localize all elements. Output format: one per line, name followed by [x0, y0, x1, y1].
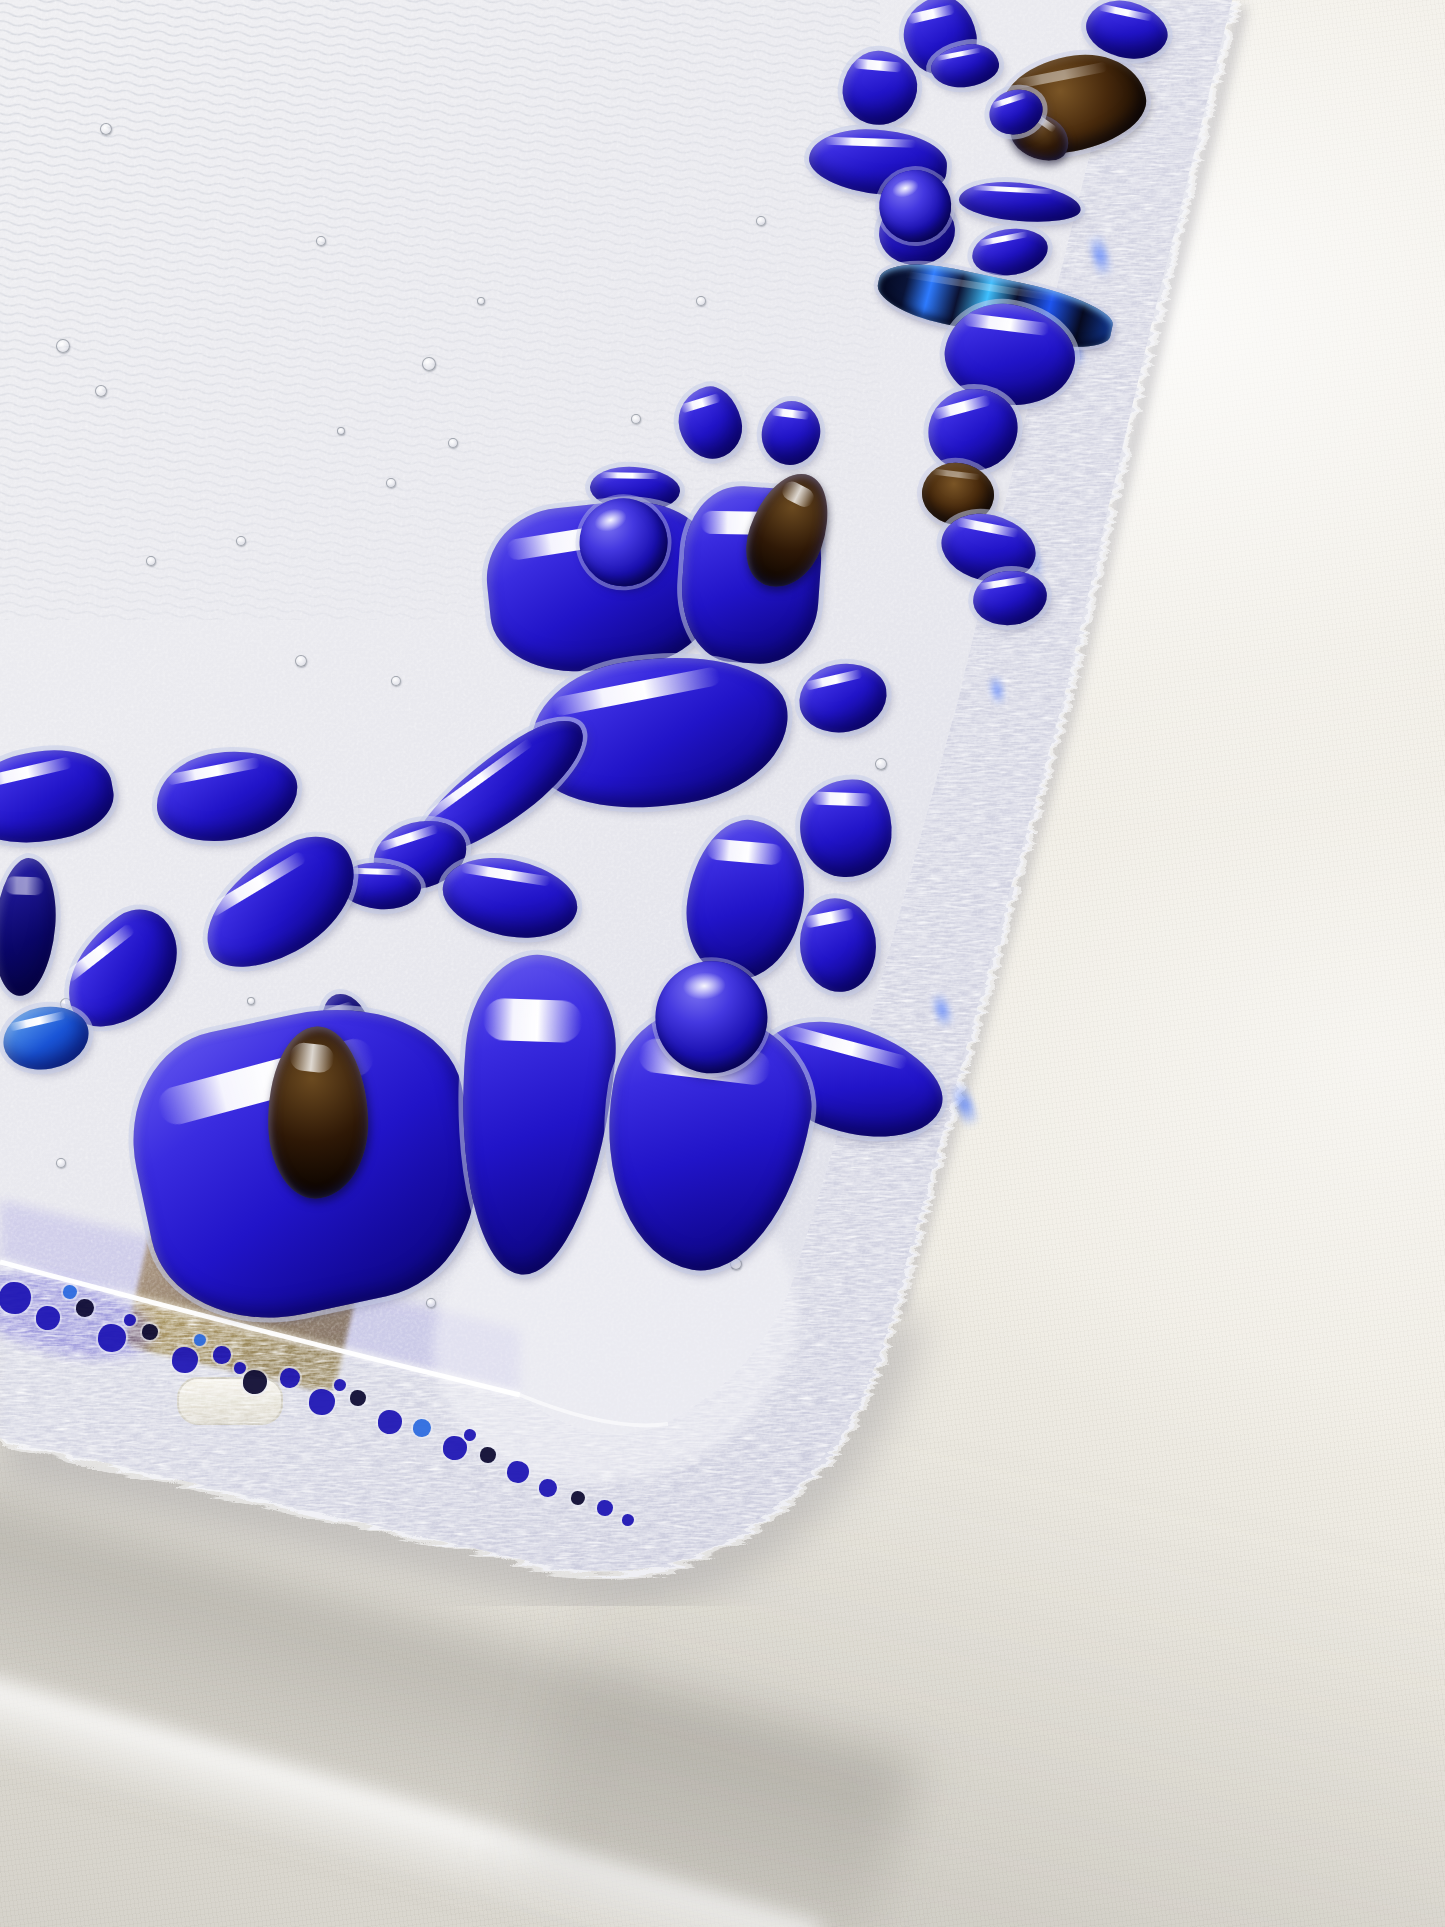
specular-highlight — [378, 824, 440, 851]
specular-highlight — [991, 92, 1027, 108]
specular-highlight — [705, 838, 782, 865]
specular-highlight — [8, 1011, 65, 1032]
specular-highlight — [680, 393, 722, 414]
glass-piece-cobalt-r2 — [796, 775, 896, 881]
specular-highlight — [955, 517, 1018, 537]
specular-highlight — [1011, 61, 1107, 89]
glass-piece-cobalt-b2 — [446, 949, 623, 1281]
specular-highlight — [4, 876, 44, 895]
glass-piece-cobalt-t1 — [838, 46, 922, 130]
specular-highlight — [600, 472, 659, 479]
glass-piece-cobalt-c2 — [757, 396, 825, 469]
specular-highlight — [812, 791, 873, 806]
glass-piece-cobalt-r3 — [794, 893, 882, 997]
specular-highlight — [551, 666, 722, 717]
specular-highlight — [771, 407, 810, 420]
glass-piece-navy-l4 — [0, 856, 61, 999]
specular-highlight — [205, 850, 307, 918]
specular-highlight — [483, 998, 583, 1043]
specular-highlight — [979, 575, 1028, 590]
specular-highlight — [803, 907, 855, 929]
specular-highlight — [166, 757, 260, 786]
specular-highlight — [418, 738, 532, 824]
specular-highlight — [932, 395, 992, 421]
glass-piece-cobalt-c1 — [671, 381, 749, 466]
specular-highlight — [804, 668, 863, 690]
specular-highlight — [853, 59, 902, 73]
glass-piece-cobalt-l1 — [0, 740, 120, 855]
specular-highlight — [460, 862, 550, 886]
pieces-layer — [0, 0, 1445, 1927]
amber-blob — [733, 463, 841, 599]
specular-highlight — [932, 468, 980, 480]
specular-highlight — [907, 4, 956, 25]
glass-piece-cobalt-r1 — [794, 657, 892, 739]
specular-highlight — [62, 922, 136, 983]
specular-highlight — [972, 185, 1053, 194]
glass-piece-cobalt-t4 — [877, 196, 957, 267]
specular-highlight — [0, 756, 73, 790]
glass-piece-cobalt-t10 — [969, 224, 1051, 280]
specular-highlight — [963, 313, 1050, 336]
glass-piece-cobalt-t9 — [957, 177, 1082, 228]
glass-piece-cobalt-b1 — [111, 983, 500, 1341]
specular-highlight — [1099, 3, 1153, 21]
specular-highlight — [904, 270, 1060, 302]
glass-piece-cobalt-c11 — [677, 813, 813, 987]
specular-highlight — [348, 868, 402, 876]
specular-highlight — [978, 232, 1028, 247]
photo-scene — [0, 0, 1445, 1927]
specular-highlight — [824, 137, 915, 148]
glass-piece-cobalt-l3 — [183, 821, 377, 986]
glass-piece-cobalt-l2 — [151, 743, 304, 850]
glass-piece-cobalt-c5 — [677, 482, 826, 667]
specular-highlight — [785, 1024, 910, 1070]
glass-dome-ball — [574, 493, 671, 590]
